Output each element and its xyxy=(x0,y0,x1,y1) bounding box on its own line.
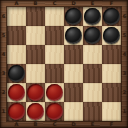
black-piece-E6[interactable] xyxy=(84,8,101,25)
file-label-e-bottom: E xyxy=(83,121,102,128)
square-D3[interactable] xyxy=(64,64,83,83)
file-label-f-bottom: F xyxy=(102,121,121,128)
rank-labels-right: 654321 xyxy=(121,7,128,121)
rank-label-4-right: 4 xyxy=(121,45,128,64)
rank-label-3-right: 3 xyxy=(121,64,128,83)
square-D2[interactable] xyxy=(64,83,83,102)
square-C3[interactable] xyxy=(45,64,64,83)
square-F5[interactable] xyxy=(102,26,121,45)
file-label-a-bottom: A xyxy=(7,121,26,128)
square-D4[interactable] xyxy=(64,45,83,64)
square-E4[interactable] xyxy=(83,45,102,64)
square-C1[interactable] xyxy=(45,102,64,121)
square-A1[interactable] xyxy=(7,102,26,121)
red-piece-A1[interactable] xyxy=(8,103,25,120)
square-E2[interactable] xyxy=(83,83,102,102)
file-label-e-top: E xyxy=(83,0,102,7)
file-label-c-bottom: C xyxy=(45,121,64,128)
square-F6[interactable] xyxy=(102,7,121,26)
square-B2[interactable] xyxy=(26,83,45,102)
square-A3[interactable] xyxy=(7,64,26,83)
rank-label-4-left: 4 xyxy=(0,45,7,64)
red-piece-B2[interactable] xyxy=(27,84,44,101)
rank-label-6-right: 6 xyxy=(121,7,128,26)
square-C5[interactable] xyxy=(45,26,64,45)
square-B4[interactable] xyxy=(26,45,45,64)
square-E6[interactable] xyxy=(83,7,102,26)
square-A5[interactable] xyxy=(7,26,26,45)
checkers-board-app: ABCDEF ABCDEF 654321 654321 xyxy=(0,0,128,128)
square-E1[interactable] xyxy=(83,102,102,121)
square-D5[interactable] xyxy=(64,26,83,45)
black-piece-A3[interactable] xyxy=(8,65,25,82)
black-piece-F6[interactable] xyxy=(103,8,120,25)
square-C4[interactable] xyxy=(45,45,64,64)
red-piece-B1[interactable] xyxy=(27,103,44,120)
rank-label-5-left: 5 xyxy=(0,26,7,45)
black-piece-D6[interactable] xyxy=(65,8,82,25)
file-label-b-bottom: B xyxy=(26,121,45,128)
square-A4[interactable] xyxy=(7,45,26,64)
black-piece-E5[interactable] xyxy=(84,27,101,44)
square-A6[interactable] xyxy=(7,7,26,26)
square-E3[interactable] xyxy=(83,64,102,83)
rank-label-6-left: 6 xyxy=(0,7,7,26)
file-label-d-top: D xyxy=(64,0,83,7)
square-B3[interactable] xyxy=(26,64,45,83)
square-F1[interactable] xyxy=(102,102,121,121)
file-labels-bottom: ABCDEF xyxy=(7,121,121,128)
black-piece-D5[interactable] xyxy=(65,27,82,44)
rank-label-1-right: 1 xyxy=(121,102,128,121)
red-piece-C1[interactable] xyxy=(46,103,63,120)
file-labels-top: ABCDEF xyxy=(7,0,121,7)
file-label-f-top: F xyxy=(102,0,121,7)
rank-label-2-right: 2 xyxy=(121,83,128,102)
rank-labels-left: 654321 xyxy=(0,7,7,121)
red-piece-A2[interactable] xyxy=(8,84,25,101)
black-piece-F5[interactable] xyxy=(103,27,120,44)
square-B6[interactable] xyxy=(26,7,45,26)
rank-label-5-right: 5 xyxy=(121,26,128,45)
square-E5[interactable] xyxy=(83,26,102,45)
file-label-a-top: A xyxy=(7,0,26,7)
file-label-d-bottom: D xyxy=(64,121,83,128)
red-piece-C2[interactable] xyxy=(46,84,63,101)
square-C6[interactable] xyxy=(45,7,64,26)
square-A2[interactable] xyxy=(7,83,26,102)
rank-label-3-left: 3 xyxy=(0,64,7,83)
file-label-b-top: B xyxy=(26,0,45,7)
rank-label-2-left: 2 xyxy=(0,83,7,102)
square-F3[interactable] xyxy=(102,64,121,83)
square-C2[interactable] xyxy=(45,83,64,102)
square-D1[interactable] xyxy=(64,102,83,121)
square-F2[interactable] xyxy=(102,83,121,102)
file-label-c-top: C xyxy=(45,0,64,7)
board xyxy=(7,7,121,121)
rank-label-1-left: 1 xyxy=(0,102,7,121)
square-B5[interactable] xyxy=(26,26,45,45)
square-D6[interactable] xyxy=(64,7,83,26)
square-F4[interactable] xyxy=(102,45,121,64)
square-B1[interactable] xyxy=(26,102,45,121)
